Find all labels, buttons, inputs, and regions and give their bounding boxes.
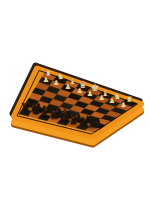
chess-set-product-photo: ♜♞♝♛♚♝♞♜♟♟♟♟♟♟♟♟♟♟♟♟♟♟♟♟♜♞♝♛♚♝♞♜ (0, 0, 150, 200)
chess-board (0, 0, 150, 200)
